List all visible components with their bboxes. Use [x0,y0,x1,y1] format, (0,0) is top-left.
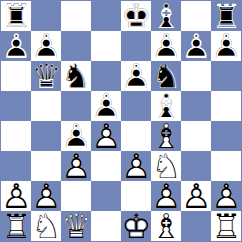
square-h1[interactable]: ♜♖ [211,211,241,241]
square-h5[interactable] [211,91,241,121]
piece-glyph-outline: ♙ [1,31,31,61]
piece-glyph-outline: ♙ [61,151,91,181]
square-b4[interactable] [31,121,61,151]
square-b6[interactable]: ♛♕ [31,61,61,91]
square-g7[interactable]: ♟♙ [181,31,211,61]
piece-glyph-outline: ♖ [1,211,31,241]
chess-board: ♜♖♚♔♝♗♜♖♟♙♟♙♟♙♟♙♟♙♛♕♞♘♟♙♞♘♟♙♝♗♟♙♟♙♝♗♟♙♟♙… [0,0,242,242]
white-pawn[interactable]: ♟♙ [121,151,151,181]
white-queen[interactable]: ♛♕ [61,211,91,241]
piece-glyph-outline: ♔ [121,1,151,31]
black-pawn[interactable]: ♟♙ [211,31,241,61]
square-e8[interactable]: ♚♔ [121,1,151,31]
square-a7[interactable]: ♟♙ [1,31,31,61]
square-a5[interactable] [1,91,31,121]
square-d3[interactable] [91,151,121,181]
black-pawn[interactable]: ♟♙ [181,31,211,61]
white-bishop[interactable]: ♝♗ [151,211,181,241]
piece-glyph-outline: ♙ [121,151,151,181]
square-c6[interactable]: ♞♘ [61,61,91,91]
square-f1[interactable]: ♝♗ [151,211,181,241]
square-b5[interactable] [31,91,61,121]
square-d8[interactable] [91,1,121,31]
square-h4[interactable] [211,121,241,151]
square-g4[interactable] [181,121,211,151]
square-d2[interactable] [91,181,121,211]
piece-glyph-outline: ♔ [121,211,151,241]
square-a1[interactable]: ♜♖ [1,211,31,241]
square-b1[interactable]: ♞♘ [31,211,61,241]
square-g5[interactable] [181,91,211,121]
square-a4[interactable] [1,121,31,151]
piece-glyph-outline: ♙ [91,121,121,151]
piece-glyph-outline: ♕ [61,211,91,241]
square-h7[interactable]: ♟♙ [211,31,241,61]
square-e6[interactable]: ♟♙ [121,61,151,91]
black-knight[interactable]: ♞♘ [61,61,91,91]
piece-glyph-outline: ♘ [31,211,61,241]
square-e3[interactable]: ♟♙ [121,151,151,181]
black-queen[interactable]: ♛♕ [31,61,61,91]
square-d7[interactable] [91,31,121,61]
square-a6[interactable] [1,61,31,91]
piece-glyph-outline: ♙ [181,181,211,211]
square-e1[interactable]: ♚♔ [121,211,151,241]
white-king[interactable]: ♚♔ [121,211,151,241]
black-king[interactable]: ♚♔ [121,1,151,31]
white-pawn[interactable]: ♟♙ [181,181,211,211]
square-h6[interactable] [211,61,241,91]
white-rook[interactable]: ♜♖ [211,211,241,241]
square-c1[interactable]: ♛♕ [61,211,91,241]
white-rook[interactable]: ♜♖ [1,211,31,241]
square-g6[interactable] [181,61,211,91]
white-pawn[interactable]: ♟♙ [61,151,91,181]
black-pawn[interactable]: ♟♙ [1,31,31,61]
piece-glyph-outline: ♘ [61,61,91,91]
white-knight[interactable]: ♞♘ [31,211,61,241]
square-g2[interactable]: ♟♙ [181,181,211,211]
piece-glyph-outline: ♙ [211,31,241,61]
white-pawn[interactable]: ♟♙ [91,121,121,151]
black-pawn[interactable]: ♟♙ [121,61,151,91]
square-c3[interactable]: ♟♙ [61,151,91,181]
square-e5[interactable] [121,91,151,121]
piece-glyph-outline: ♙ [181,31,211,61]
square-c8[interactable] [61,1,91,31]
piece-glyph-outline: ♖ [211,211,241,241]
piece-glyph-outline: ♕ [31,61,61,91]
square-d1[interactable] [91,211,121,241]
piece-glyph-outline: ♗ [151,211,181,241]
piece-glyph-outline: ♙ [121,61,151,91]
square-g1[interactable] [181,211,211,241]
square-d4[interactable]: ♟♙ [91,121,121,151]
